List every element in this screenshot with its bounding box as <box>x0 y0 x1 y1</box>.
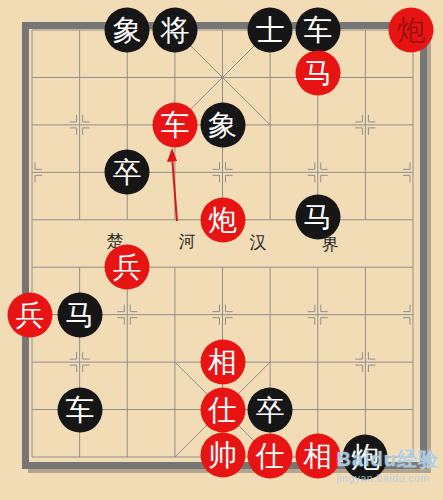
position-marker <box>403 175 410 182</box>
position-marker <box>213 305 220 312</box>
piece-red-cannon[interactable]: 炮 <box>389 8 434 53</box>
position-marker <box>308 305 315 312</box>
position-marker <box>355 365 362 372</box>
river-character: 河 <box>179 233 196 250</box>
piece-black-chariot[interactable]: 车 <box>295 8 340 53</box>
piece-red-cannon[interactable]: 炮 <box>200 197 245 242</box>
position-marker <box>321 318 328 325</box>
position-marker <box>321 305 328 312</box>
position-marker <box>35 162 42 169</box>
position-marker <box>117 318 124 325</box>
position-marker <box>83 365 90 372</box>
position-marker <box>226 318 233 325</box>
piece-red-horse[interactable]: 马 <box>295 51 340 96</box>
piece-black-elephant[interactable]: 象 <box>105 8 150 53</box>
piece-red-elephant[interactable]: 相 <box>295 434 340 479</box>
piece-red-soldier[interactable]: 兵 <box>8 292 53 337</box>
position-marker <box>70 365 77 372</box>
position-marker <box>403 162 410 169</box>
position-marker <box>368 128 375 135</box>
position-marker <box>355 115 362 122</box>
piece-red-advisor[interactable]: 仕 <box>248 434 293 479</box>
position-marker <box>226 162 233 169</box>
piece-red-elephant[interactable]: 相 <box>200 340 245 385</box>
river-character: 汉 <box>250 234 267 251</box>
piece-black-horse[interactable]: 马 <box>295 194 340 239</box>
position-marker <box>355 352 362 359</box>
piece-black-elephant[interactable]: 象 <box>200 102 245 147</box>
position-marker <box>130 305 137 312</box>
position-marker <box>368 115 375 122</box>
piece-black-soldier[interactable]: 卒 <box>105 150 150 195</box>
position-marker <box>83 352 90 359</box>
piece-black-soldier[interactable]: 卒 <box>248 387 293 432</box>
position-marker <box>355 128 362 135</box>
position-marker <box>308 175 315 182</box>
piece-red-soldier[interactable]: 兵 <box>105 245 150 290</box>
piece-black-horse[interactable]: 马 <box>57 292 102 337</box>
position-marker <box>308 162 315 169</box>
position-marker <box>213 175 220 182</box>
position-marker <box>368 352 375 359</box>
position-marker <box>403 318 410 325</box>
piece-black-general[interactable]: 将 <box>152 8 197 53</box>
position-marker <box>226 175 233 182</box>
position-marker <box>70 352 77 359</box>
position-marker <box>117 305 124 312</box>
position-marker <box>308 318 315 325</box>
position-marker <box>83 128 90 135</box>
position-marker <box>213 162 220 169</box>
piece-red-advisor[interactable]: 仕 <box>200 387 245 432</box>
piece-red-general[interactable]: 帅 <box>200 433 245 478</box>
position-marker <box>83 115 90 122</box>
position-marker <box>368 365 375 372</box>
position-marker <box>321 175 328 182</box>
position-marker <box>130 318 137 325</box>
position-marker <box>226 305 233 312</box>
position-marker <box>35 175 42 182</box>
position-marker <box>403 305 410 312</box>
piece-red-chariot[interactable]: 车 <box>152 102 197 147</box>
piece-black-cannon[interactable]: 炮 <box>343 435 388 480</box>
xiangqi-diagram: 楚河汉界 象将士车炮马车象卒炮马兵兵马相车仕卒帅仕相炮 Baidu经验 jing… <box>0 0 443 500</box>
position-marker <box>213 318 220 325</box>
piece-black-chariot[interactable]: 车 <box>57 387 102 432</box>
position-marker <box>70 128 77 135</box>
position-marker <box>70 115 77 122</box>
position-marker <box>321 162 328 169</box>
piece-black-advisor[interactable]: 士 <box>248 8 293 53</box>
